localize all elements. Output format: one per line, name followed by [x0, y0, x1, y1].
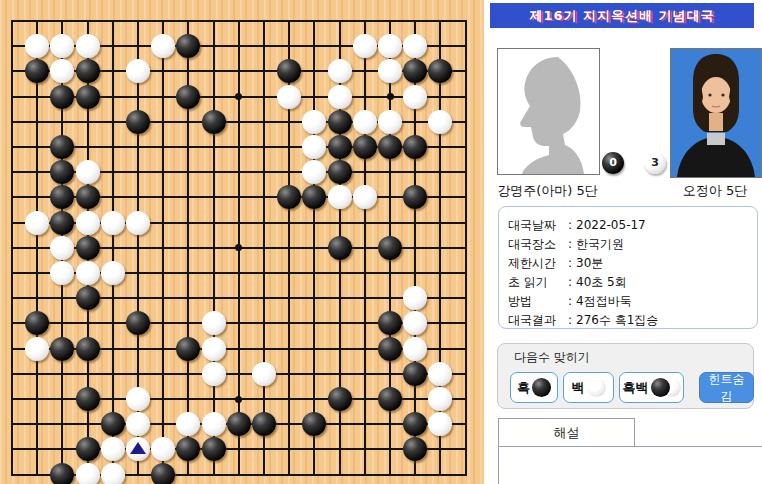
- stone-black: [252, 412, 276, 436]
- stone-white: [252, 362, 276, 386]
- event-title-bar: 제16기 지지옥션배 기념대국: [490, 3, 754, 28]
- guess-black-white-label: 흑백: [623, 379, 649, 397]
- star-point: [235, 244, 242, 251]
- stone-white: [202, 362, 226, 386]
- stone-white: [202, 337, 226, 361]
- grid-line-vertical: [313, 20, 315, 476]
- black-captures-badge: 0: [602, 152, 624, 174]
- stone-white: [101, 261, 125, 285]
- black-player-name: 강명주(아마) 5단: [485, 182, 610, 200]
- info-row-value: 276수 흑1집승: [576, 313, 658, 327]
- stone-black: [302, 412, 326, 436]
- commentary-tab-label: 해설: [554, 425, 580, 440]
- stone-white: [428, 387, 452, 411]
- info-row-separator: :: [564, 235, 576, 254]
- stone-white: [76, 211, 100, 235]
- stone-white: [76, 160, 100, 184]
- stone-white: [328, 85, 352, 109]
- info-row-value: 한국기원: [576, 237, 624, 251]
- info-row: 대국장소:한국기원: [508, 235, 757, 254]
- commentary-left-border: [498, 446, 499, 484]
- black-stone-icon: [532, 378, 551, 397]
- black-captures-count: 0: [609, 156, 617, 169]
- stone-black: [176, 437, 200, 461]
- info-row-separator: :: [564, 311, 576, 330]
- stone-black: [403, 59, 427, 83]
- stone-white: [403, 286, 427, 310]
- go-board[interactable]: [0, 0, 484, 484]
- stone-black: [403, 362, 427, 386]
- stone-black: [50, 211, 74, 235]
- star-point: [387, 93, 394, 100]
- stone-black: [76, 387, 100, 411]
- stone-black: [76, 59, 100, 83]
- stone-black: [227, 412, 251, 436]
- stone-black: [25, 59, 49, 83]
- stone-black: [378, 135, 402, 159]
- stone-white: [378, 34, 402, 58]
- stone-white: [126, 387, 150, 411]
- guess-white-button[interactable]: 백: [563, 372, 614, 403]
- black-white-stones-icon: [651, 378, 681, 397]
- stone-white: [403, 311, 427, 335]
- grid-line-vertical: [263, 20, 265, 476]
- info-row: 대국날짜:2022-05-17: [508, 216, 757, 235]
- stone-white: [151, 34, 175, 58]
- stone-white: [403, 85, 427, 109]
- info-row-label: 제한시간: [508, 254, 564, 273]
- event-title: 제16기 지지옥션배 기념대국: [529, 8, 714, 23]
- info-row-separator: :: [564, 216, 576, 235]
- stone-black: [126, 311, 150, 335]
- stone-white: [25, 337, 49, 361]
- stone-black: [353, 135, 377, 159]
- black-player-photo: [497, 48, 600, 175]
- stone-white: [403, 337, 427, 361]
- stone-black: [50, 185, 74, 209]
- stone-black: [202, 437, 226, 461]
- stone-black: [328, 236, 352, 260]
- stone-black: [76, 236, 100, 260]
- stone-white: [202, 412, 226, 436]
- info-row-label: 초 읽기: [508, 273, 564, 292]
- stone-white: [302, 135, 326, 159]
- grid-line-horizontal: [11, 373, 467, 375]
- stone-white: [277, 85, 301, 109]
- stone-black: [176, 85, 200, 109]
- info-row-separator: :: [564, 273, 576, 292]
- stone-white: [353, 110, 377, 134]
- info-row-value: 30분: [576, 256, 603, 270]
- info-row: 대국결과:276수 흑1집승: [508, 311, 757, 330]
- last-move-marker-icon: [130, 442, 146, 454]
- star-point: [235, 93, 242, 100]
- info-row-value: 4점접바둑: [576, 294, 632, 308]
- white-captures-badge: 3: [644, 152, 666, 174]
- stone-white: [50, 236, 74, 260]
- stone-white: [126, 412, 150, 436]
- stone-black: [277, 185, 301, 209]
- stone-white: [302, 160, 326, 184]
- info-row: 방법:4점접바둑: [508, 292, 757, 311]
- stone-white: [76, 463, 100, 484]
- stone-black: [378, 236, 402, 260]
- stone-white: [378, 59, 402, 83]
- stone-black: [378, 387, 402, 411]
- stone-white: [328, 185, 352, 209]
- stone-black: [403, 437, 427, 461]
- stone-black: [428, 59, 452, 83]
- stone-black: [328, 135, 352, 159]
- stone-black: [176, 34, 200, 58]
- stone-white: [50, 261, 74, 285]
- grid-line-vertical: [364, 20, 366, 476]
- stone-white: [126, 211, 150, 235]
- stone-white: [328, 59, 352, 83]
- stone-white: [76, 261, 100, 285]
- stone-white: [25, 34, 49, 58]
- info-row-label: 대국날짜: [508, 216, 564, 235]
- stone-black: [101, 412, 125, 436]
- stone-black: [378, 337, 402, 361]
- stone-white: [353, 34, 377, 58]
- stone-black: [202, 110, 226, 134]
- stone-black: [378, 311, 402, 335]
- stone-white: [403, 34, 427, 58]
- stone-white: [76, 34, 100, 58]
- stone-white: [353, 185, 377, 209]
- stone-white: [101, 211, 125, 235]
- stone-white: [101, 463, 125, 484]
- stone-black: [50, 337, 74, 361]
- stone-black: [403, 135, 427, 159]
- stone-black: [302, 185, 326, 209]
- white-captures-count: 3: [651, 156, 659, 169]
- stone-white: [176, 412, 200, 436]
- stone-black: [176, 337, 200, 361]
- stone-black: [277, 59, 301, 83]
- info-row-separator: :: [564, 254, 576, 273]
- stone-white: [428, 110, 452, 134]
- stone-black: [76, 185, 100, 209]
- stone-black: [50, 160, 74, 184]
- stone-black: [403, 412, 427, 436]
- stone-white: [428, 412, 452, 436]
- stone-black: [151, 463, 175, 484]
- commentary-tab[interactable]: 해설: [498, 418, 635, 447]
- info-row: 초 읽기:40초 5회: [508, 273, 757, 292]
- info-row-label: 대국장소: [508, 235, 564, 254]
- stone-black: [25, 311, 49, 335]
- stone-black: [76, 286, 100, 310]
- white-player-name: 오정아 5단: [662, 182, 762, 200]
- info-row-separator: :: [564, 292, 576, 311]
- hide-hint-button[interactable]: 힌트숨김: [699, 372, 754, 403]
- info-row-label: 대국결과: [508, 311, 564, 330]
- guess-black-label: 흑: [517, 379, 530, 397]
- silhouette-avatar-icon: [498, 49, 599, 174]
- stone-white: [50, 59, 74, 83]
- stone-white: [25, 211, 49, 235]
- stone-black: [76, 85, 100, 109]
- stone-black: [403, 185, 427, 209]
- white-player-photo: [670, 48, 762, 178]
- star-point: [235, 396, 242, 403]
- hide-hint-label: 힌트숨김: [706, 371, 747, 405]
- guess-white-label: 백: [572, 379, 585, 397]
- stone-white: [202, 311, 226, 335]
- white-stone-icon: [587, 378, 606, 397]
- info-row-value: 2022-05-17: [576, 218, 646, 232]
- portrait-photo-image: [671, 49, 761, 177]
- stone-white: [101, 437, 125, 461]
- stone-black: [328, 110, 352, 134]
- info-row-label: 방법: [508, 292, 564, 311]
- grid-line-vertical: [465, 20, 467, 476]
- guess-black-white-button[interactable]: 흑백: [619, 372, 684, 403]
- game-info-box: 대국날짜:2022-05-17대국장소:한국기원제한시간:30분초 읽기:40초…: [498, 206, 758, 329]
- stone-white: [126, 59, 150, 83]
- info-row-value: 40초 5회: [576, 275, 627, 289]
- stone-black: [126, 110, 150, 134]
- stone-black: [328, 387, 352, 411]
- stone-black: [328, 160, 352, 184]
- stone-white: [50, 34, 74, 58]
- stone-black: [50, 463, 74, 484]
- next-move-quiz-label: 다음수 맞히기: [514, 349, 590, 366]
- stone-white: [151, 437, 175, 461]
- stone-white: [302, 110, 326, 134]
- stone-black: [50, 135, 74, 159]
- stone-black: [76, 337, 100, 361]
- stone-white: [428, 362, 452, 386]
- stone-white: [378, 110, 402, 134]
- stone-black: [50, 85, 74, 109]
- info-row: 제한시간:30분: [508, 254, 757, 273]
- guess-black-button[interactable]: 흑: [510, 372, 558, 403]
- stone-black: [76, 437, 100, 461]
